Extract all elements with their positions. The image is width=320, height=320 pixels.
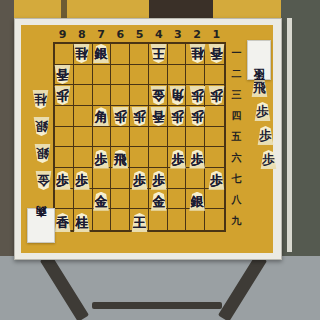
file-label-4: 4 (149, 28, 168, 41)
square-9-2 (55, 65, 74, 86)
square-9-8 (55, 189, 74, 210)
sente-hand-飛-0: 飛 (251, 78, 268, 97)
rank-label-3: 三 (229, 84, 244, 105)
rank-label-4: 四 (229, 105, 244, 126)
square-2-2 (186, 65, 205, 86)
gote-captured-tray: 桂銀銀金 (28, 90, 54, 205)
square-5-2 (130, 65, 149, 86)
rank-label-8: 八 (229, 190, 244, 211)
file-label-3: 3 (168, 28, 187, 41)
rank-labels: 一二三四五六七八九 (229, 42, 244, 232)
square-4-7 (149, 168, 168, 189)
file-label-9: 9 (53, 28, 72, 41)
square-4-9 (149, 209, 168, 230)
rank-label-5: 五 (229, 126, 244, 147)
square-5-5 (130, 127, 149, 148)
square-8-3 (74, 85, 93, 106)
square-5-8 (130, 189, 149, 210)
square-2-1 (186, 44, 205, 65)
square-9-1 (55, 44, 74, 65)
square-2-7 (186, 168, 205, 189)
square-9-9 (55, 209, 74, 230)
square-2-8 (186, 189, 205, 210)
square-5-7 (130, 168, 149, 189)
sente-captured-tray: 飛歩歩歩 (248, 78, 278, 178)
square-7-4 (93, 106, 112, 127)
square-2-5 (186, 127, 205, 148)
square-5-3 (130, 85, 149, 106)
square-3-5 (168, 127, 187, 148)
square-1-3 (205, 85, 224, 106)
rank-label-6: 六 (229, 148, 244, 169)
square-8-2 (74, 65, 93, 86)
square-7-5 (93, 127, 112, 148)
square-5-1 (130, 44, 149, 65)
square-1-8 (205, 189, 224, 210)
square-7-1 (93, 44, 112, 65)
square-8-5 (74, 127, 93, 148)
left-wall-strip (0, 0, 14, 260)
square-7-8 (93, 189, 112, 210)
square-1-4 (205, 106, 224, 127)
square-7-7 (93, 168, 112, 189)
square-9-4 (55, 106, 74, 127)
file-label-1: 1 (207, 28, 226, 41)
rank-label-1: 一 (229, 42, 244, 63)
curtain-seam (61, 0, 67, 20)
square-2-6 (186, 147, 205, 168)
square-6-6 (111, 147, 130, 168)
square-6-1 (111, 44, 130, 65)
square-3-2 (168, 65, 187, 86)
square-9-7 (55, 168, 74, 189)
nameplate-opponent-text: 森内 (36, 225, 47, 227)
file-label-5: 5 (130, 28, 149, 41)
file-label-8: 8 (72, 28, 91, 41)
rank-label-2: 二 (229, 63, 244, 84)
stand-crossbar (92, 302, 222, 309)
square-2-3 (186, 85, 205, 106)
square-4-4 (149, 106, 168, 127)
rank-label-9: 九 (229, 211, 244, 232)
square-7-2 (93, 65, 112, 86)
square-8-7 (74, 168, 93, 189)
square-9-5 (55, 127, 74, 148)
square-4-1 (149, 44, 168, 65)
square-9-6 (55, 147, 74, 168)
square-2-9 (186, 209, 205, 230)
square-7-3 (93, 85, 112, 106)
square-3-7 (168, 168, 187, 189)
nameplate-opponent: 森内 (27, 208, 55, 243)
square-7-6 (93, 147, 112, 168)
square-4-8 (149, 189, 168, 210)
nameplate-habu-text: 羽生 (254, 59, 265, 61)
gote-hand-桂-0: 桂 (32, 90, 49, 109)
square-3-1 (168, 44, 187, 65)
square-1-5 (205, 127, 224, 148)
square-4-3 (149, 85, 168, 106)
square-8-9 (74, 209, 93, 230)
frame-edge-highlight (287, 18, 292, 252)
nameplate-habu: 羽生 (247, 40, 271, 80)
square-5-6 (130, 147, 149, 168)
square-1-9 (205, 209, 224, 230)
square-3-8 (168, 189, 187, 210)
square-6-5 (111, 127, 130, 148)
square-8-1 (74, 44, 93, 65)
rank-label-7: 七 (229, 169, 244, 190)
square-2-4 (186, 106, 205, 127)
file-label-6: 6 (111, 28, 130, 41)
file-label-2: 2 (188, 28, 207, 41)
square-5-9 (130, 209, 149, 230)
sente-hand-歩-1: 歩 (254, 102, 271, 121)
square-3-4 (168, 106, 187, 127)
square-1-6 (205, 147, 224, 168)
square-3-6 (168, 147, 187, 168)
gote-hand-銀-2: 銀 (34, 144, 51, 163)
square-6-9 (111, 209, 130, 230)
square-6-8 (111, 189, 130, 210)
square-1-2 (205, 65, 224, 86)
file-labels: 987654321 (53, 28, 226, 41)
square-8-8 (74, 189, 93, 210)
square-4-6 (149, 147, 168, 168)
square-6-4 (111, 106, 130, 127)
square-7-9 (93, 209, 112, 230)
square-1-7 (205, 168, 224, 189)
square-6-3 (111, 85, 130, 106)
file-label-7: 7 (91, 28, 110, 41)
square-4-5 (149, 127, 168, 148)
square-1-1 (205, 44, 224, 65)
square-8-4 (74, 106, 93, 127)
square-9-3 (55, 85, 74, 106)
square-6-2 (111, 65, 130, 86)
square-8-6 (74, 147, 93, 168)
shogi-board-grid (53, 42, 226, 232)
square-3-9 (168, 209, 187, 230)
gote-hand-金-3: 金 (35, 171, 52, 190)
square-5-4 (130, 106, 149, 127)
square-3-3 (168, 85, 187, 106)
photo-stage: 987654321 一二三四五六七八九 桂王桂香香歩金角歩歩歩歩香歩歩銀角歩飛歩… (0, 0, 320, 320)
gote-hand-銀-1: 銀 (33, 117, 50, 136)
sente-hand-歩-2: 歩 (257, 126, 274, 145)
square-4-2 (149, 65, 168, 86)
sente-hand-歩-3: 歩 (260, 150, 277, 169)
square-6-7 (111, 168, 130, 189)
